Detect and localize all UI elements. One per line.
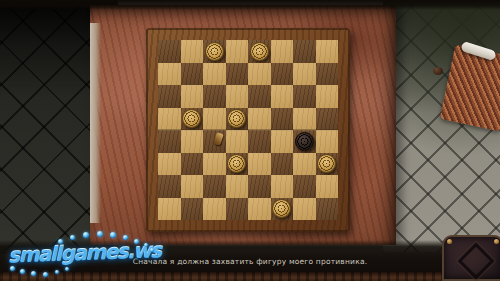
board-square[interactable]	[248, 108, 271, 131]
board-square[interactable]	[248, 85, 271, 108]
board-square[interactable]	[226, 175, 249, 198]
menu-plaque-button[interactable]	[442, 235, 500, 281]
board-square[interactable]	[271, 175, 294, 198]
checker-piece-light[interactable]	[250, 42, 269, 61]
checker-piece-light[interactable]	[205, 42, 224, 61]
bubble-dot-icon	[20, 269, 25, 274]
board-square[interactable]	[158, 130, 181, 153]
bubble-dot-icon	[10, 266, 15, 271]
board-square[interactable]	[226, 63, 249, 86]
board-square[interactable]	[316, 175, 339, 198]
board-square[interactable]	[158, 63, 181, 86]
board-square[interactable]	[271, 63, 294, 86]
board-square[interactable]	[293, 198, 316, 221]
bubble-dot-icon	[31, 271, 36, 276]
game-scene: Сначала я должна захватить фигуру моего …	[0, 0, 500, 281]
board-square[interactable]	[248, 198, 271, 221]
board-square[interactable]	[248, 130, 271, 153]
checker-piece-light[interactable]	[272, 199, 291, 218]
checker-piece-light[interactable]	[182, 109, 201, 128]
board-square[interactable]	[226, 40, 249, 63]
checker-piece-light[interactable]	[227, 109, 246, 128]
board-square[interactable]	[181, 63, 204, 86]
bubble-dot-icon	[70, 235, 75, 240]
bubble-dot-icon	[43, 272, 48, 277]
board-square[interactable]	[293, 153, 316, 176]
board-square[interactable]	[203, 63, 226, 86]
board-square[interactable]	[203, 198, 226, 221]
board-square[interactable]	[181, 130, 204, 153]
board-square[interactable]	[248, 40, 271, 63]
board-square[interactable]	[203, 130, 226, 153]
board-square[interactable]	[203, 108, 226, 131]
board-square[interactable]	[181, 40, 204, 63]
board-square[interactable]	[226, 130, 249, 153]
gold-stud-icon	[447, 239, 452, 244]
pebble	[433, 67, 443, 75]
table-edge-highlight	[90, 23, 101, 223]
board-square[interactable]	[181, 198, 204, 221]
board-square[interactable]	[203, 175, 226, 198]
board-square[interactable]	[158, 198, 181, 221]
bubble-dot-icon	[110, 232, 116, 238]
board-square[interactable]	[316, 40, 339, 63]
board-square[interactable]	[293, 40, 316, 63]
board-square[interactable]	[271, 198, 294, 221]
board-square[interactable]	[226, 108, 249, 131]
top-shadow	[0, 0, 500, 10]
board-square[interactable]	[248, 175, 271, 198]
board-square[interactable]	[158, 175, 181, 198]
bubble-dot-icon	[58, 239, 63, 244]
board-square[interactable]	[181, 175, 204, 198]
board-square[interactable]	[316, 108, 339, 131]
board-square[interactable]	[158, 85, 181, 108]
board-square[interactable]	[181, 153, 204, 176]
board-square[interactable]	[203, 85, 226, 108]
checkers-board[interactable]	[158, 40, 338, 220]
board-square[interactable]	[226, 85, 249, 108]
bubble-dot-icon	[155, 253, 158, 256]
checker-piece-dark[interactable]	[295, 132, 314, 151]
bubble-dot-icon	[55, 270, 59, 274]
board-square[interactable]	[293, 130, 316, 153]
board-square[interactable]	[158, 40, 181, 63]
board-square[interactable]	[293, 63, 316, 86]
board-square[interactable]	[316, 63, 339, 86]
board-square[interactable]	[226, 153, 249, 176]
board-square[interactable]	[226, 198, 249, 221]
board-square[interactable]	[271, 108, 294, 131]
board-square[interactable]	[181, 85, 204, 108]
board-square[interactable]	[316, 130, 339, 153]
board-square[interactable]	[158, 108, 181, 131]
board-square[interactable]	[271, 40, 294, 63]
board-square[interactable]	[271, 153, 294, 176]
bubble-dot-icon	[150, 248, 154, 252]
checker-piece-light[interactable]	[317, 154, 336, 173]
board-square[interactable]	[203, 153, 226, 176]
checker-piece-light[interactable]	[227, 154, 246, 173]
board-square[interactable]	[271, 130, 294, 153]
board-square[interactable]	[293, 85, 316, 108]
bubble-dot-icon	[83, 232, 89, 238]
board-square[interactable]	[203, 40, 226, 63]
board-square[interactable]	[158, 153, 181, 176]
celtic-knot-icon	[458, 243, 495, 280]
small-token[interactable]	[213, 132, 223, 146]
gold-stud-icon	[494, 239, 499, 244]
bubble-dot-icon	[134, 239, 139, 244]
board-frame	[146, 28, 350, 232]
board-square[interactable]	[293, 108, 316, 131]
bubble-dot-icon	[123, 235, 128, 240]
board-square[interactable]	[248, 153, 271, 176]
board-square[interactable]	[316, 85, 339, 108]
board-square[interactable]	[181, 108, 204, 131]
board-square[interactable]	[316, 198, 339, 221]
bubble-dot-icon	[65, 267, 69, 271]
bubble-dot-icon	[97, 231, 103, 237]
bubble-dot-icon	[144, 243, 148, 247]
board-square[interactable]	[316, 153, 339, 176]
board-square[interactable]	[271, 85, 294, 108]
board-square[interactable]	[293, 175, 316, 198]
board-square[interactable]	[248, 63, 271, 86]
